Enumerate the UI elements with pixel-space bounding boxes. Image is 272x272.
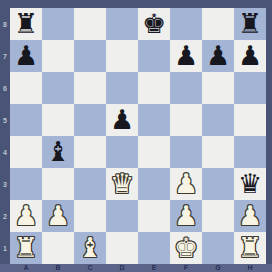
piece-white-rook[interactable]: ♜	[238, 232, 262, 264]
piece-white-pawn[interactable]: ♟	[238, 200, 262, 232]
piece-white-king[interactable]: ♚	[174, 232, 198, 264]
rank-label-7: 7	[0, 40, 10, 72]
rank-label-1: 1	[0, 232, 10, 264]
square-f8[interactable]	[170, 8, 202, 40]
square-c8[interactable]	[74, 8, 106, 40]
file-label-b: B	[42, 264, 74, 272]
rank-label-2: 2	[0, 200, 10, 232]
square-f5[interactable]	[170, 104, 202, 136]
square-h3[interactable]: ♛	[234, 168, 266, 200]
file-label-h: H	[234, 264, 266, 272]
piece-black-pawn[interactable]: ♟	[206, 40, 230, 72]
square-e7[interactable]	[138, 40, 170, 72]
square-d5[interactable]: ♟	[106, 104, 138, 136]
piece-white-pawn[interactable]: ♟	[46, 200, 70, 232]
square-f2[interactable]: ♟	[170, 200, 202, 232]
rank-labels: 87654321	[0, 8, 10, 264]
piece-white-pawn[interactable]: ♟	[174, 168, 198, 200]
file-label-g: G	[202, 264, 234, 272]
square-c5[interactable]	[74, 104, 106, 136]
square-h7[interactable]: ♟	[234, 40, 266, 72]
square-d6[interactable]	[106, 72, 138, 104]
square-g5[interactable]	[202, 104, 234, 136]
square-f7[interactable]: ♟	[170, 40, 202, 72]
square-b8[interactable]	[42, 8, 74, 40]
square-g6[interactable]	[202, 72, 234, 104]
square-b7[interactable]	[42, 40, 74, 72]
square-b6[interactable]	[42, 72, 74, 104]
file-label-a: A	[10, 264, 42, 272]
square-f6[interactable]	[170, 72, 202, 104]
square-e4[interactable]	[138, 136, 170, 168]
square-e3[interactable]	[138, 168, 170, 200]
rank-label-4: 4	[0, 136, 10, 168]
square-g4[interactable]	[202, 136, 234, 168]
square-c7[interactable]	[74, 40, 106, 72]
square-c6[interactable]	[74, 72, 106, 104]
piece-white-bishop[interactable]: ♝	[78, 232, 102, 264]
square-g3[interactable]	[202, 168, 234, 200]
file-label-f: F	[170, 264, 202, 272]
square-a4[interactable]	[10, 136, 42, 168]
piece-black-queen[interactable]: ♛	[238, 168, 262, 200]
piece-black-pawn[interactable]: ♟	[174, 40, 198, 72]
square-a5[interactable]	[10, 104, 42, 136]
square-g1[interactable]	[202, 232, 234, 264]
piece-black-rook[interactable]: ♜	[14, 8, 38, 40]
square-f1[interactable]: ♚	[170, 232, 202, 264]
square-e2[interactable]	[138, 200, 170, 232]
square-a7[interactable]: ♟	[10, 40, 42, 72]
square-h5[interactable]	[234, 104, 266, 136]
square-a1[interactable]: ♜	[10, 232, 42, 264]
square-b3[interactable]	[42, 168, 74, 200]
piece-black-pawn[interactable]: ♟	[14, 40, 38, 72]
chess-diagram: 87654321 ♜♚♜♟♟♟♟♟♝♛♟♛♟♟♟♟♜♝♚♜ ABCDEFGH	[0, 0, 272, 272]
rank-label-3: 3	[0, 168, 10, 200]
piece-black-king[interactable]: ♚	[142, 8, 166, 40]
piece-black-pawn[interactable]: ♟	[238, 40, 262, 72]
chess-board[interactable]: ♜♚♜♟♟♟♟♟♝♛♟♛♟♟♟♟♜♝♚♜	[10, 8, 266, 264]
square-b5[interactable]	[42, 104, 74, 136]
rank-label-5: 5	[0, 104, 10, 136]
square-d4[interactable]	[106, 136, 138, 168]
square-c4[interactable]	[74, 136, 106, 168]
rank-label-6: 6	[0, 72, 10, 104]
square-e8[interactable]: ♚	[138, 8, 170, 40]
square-d3[interactable]: ♛	[106, 168, 138, 200]
square-g2[interactable]	[202, 200, 234, 232]
square-c1[interactable]: ♝	[74, 232, 106, 264]
file-label-strip: ABCDEFGH	[0, 264, 272, 272]
square-h2[interactable]: ♟	[234, 200, 266, 232]
file-labels: ABCDEFGH	[10, 264, 266, 272]
square-d2[interactable]	[106, 200, 138, 232]
square-e5[interactable]	[138, 104, 170, 136]
square-a3[interactable]	[10, 168, 42, 200]
square-d1[interactable]	[106, 232, 138, 264]
file-label-c: C	[74, 264, 106, 272]
piece-white-pawn[interactable]: ♟	[14, 200, 38, 232]
square-b1[interactable]	[42, 232, 74, 264]
square-g8[interactable]	[202, 8, 234, 40]
piece-white-pawn[interactable]: ♟	[174, 200, 198, 232]
file-label-d: D	[106, 264, 138, 272]
square-e6[interactable]	[138, 72, 170, 104]
square-h6[interactable]	[234, 72, 266, 104]
piece-white-rook[interactable]: ♜	[14, 232, 38, 264]
piece-black-pawn[interactable]: ♟	[110, 104, 134, 136]
square-f4[interactable]	[170, 136, 202, 168]
square-h4[interactable]	[234, 136, 266, 168]
piece-black-bishop[interactable]: ♝	[46, 136, 70, 168]
square-f3[interactable]: ♟	[170, 168, 202, 200]
square-c2[interactable]	[74, 200, 106, 232]
square-a6[interactable]	[10, 72, 42, 104]
square-e1[interactable]	[138, 232, 170, 264]
square-c3[interactable]	[74, 168, 106, 200]
square-g7[interactable]: ♟	[202, 40, 234, 72]
square-h1[interactable]: ♜	[234, 232, 266, 264]
piece-black-rook[interactable]: ♜	[238, 8, 262, 40]
square-d8[interactable]	[106, 8, 138, 40]
square-a2[interactable]: ♟	[10, 200, 42, 232]
square-b4[interactable]: ♝	[42, 136, 74, 168]
square-b2[interactable]: ♟	[42, 200, 74, 232]
piece-white-queen[interactable]: ♛	[110, 168, 134, 200]
rank-label-8: 8	[0, 8, 10, 40]
file-label-e: E	[138, 264, 170, 272]
square-a8[interactable]: ♜	[10, 8, 42, 40]
square-d7[interactable]	[106, 40, 138, 72]
square-h8[interactable]: ♜	[234, 8, 266, 40]
